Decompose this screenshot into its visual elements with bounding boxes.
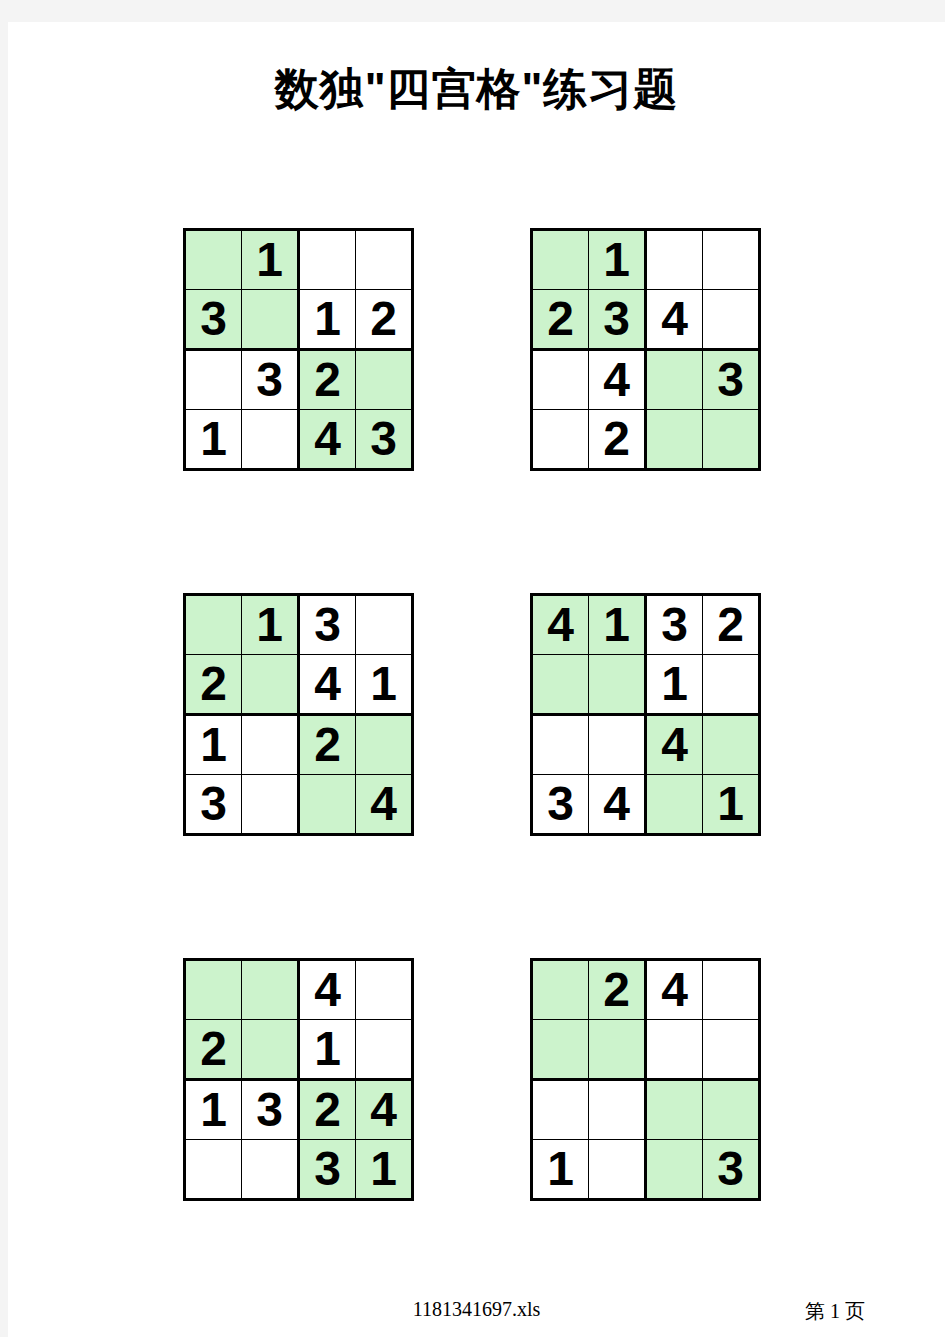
cell-r2c2-shaded[interactable]	[242, 290, 297, 348]
cell-r1c2-shaded: 1	[589, 231, 644, 289]
cell-r3c4-shaded[interactable]	[703, 1081, 758, 1139]
cell-r2c2-shaded[interactable]	[242, 655, 297, 713]
cell-r2c1-shaded: 2	[533, 290, 588, 348]
cell-r3c3-shaded[interactable]	[647, 1081, 702, 1139]
cell-r4c2: 2	[589, 410, 644, 468]
cell-r1c1-shaded[interactable]	[186, 961, 241, 1019]
cell-r3c3-shaded[interactable]	[647, 351, 702, 409]
cell-r3c2: 3	[242, 351, 297, 409]
cell-r1c4[interactable]	[703, 231, 758, 289]
cell-r3c1[interactable]	[533, 351, 588, 409]
cell-r1c3[interactable]	[300, 231, 355, 289]
cell-r2c3: 1	[647, 655, 702, 713]
cell-r3c2: 3	[242, 1081, 297, 1139]
cell-r3c2[interactable]	[589, 716, 644, 774]
cell-r2c1-shaded: 2	[186, 655, 241, 713]
cell-r2c3: 1	[300, 1020, 355, 1078]
cell-r3c1[interactable]	[533, 716, 588, 774]
cell-r4c1: 1	[186, 410, 241, 468]
cell-r1c1-shaded[interactable]	[533, 231, 588, 289]
cell-r1c2-shaded: 2	[589, 961, 644, 1019]
cell-r2c2-shaded[interactable]	[589, 655, 644, 713]
sudoku-board-4: 413214341	[530, 593, 761, 836]
cell-r4c3-shaded: 3	[300, 1140, 355, 1198]
cell-r1c3[interactable]	[647, 231, 702, 289]
cell-r4c3-shaded[interactable]	[647, 410, 702, 468]
cell-r4c2[interactable]	[242, 775, 297, 833]
cell-r4c3-shaded[interactable]	[300, 775, 355, 833]
cell-r4c4-shaded: 1	[356, 1140, 411, 1198]
cell-r3c4-shaded[interactable]	[703, 716, 758, 774]
footer-page-number: 第 1 页	[805, 1298, 865, 1325]
cell-r4c3-shaded[interactable]	[647, 775, 702, 833]
cell-r2c3: 1	[300, 290, 355, 348]
cell-r4c1[interactable]	[186, 1140, 241, 1198]
cell-r2c3: 4	[647, 290, 702, 348]
cell-r2c1-shaded[interactable]	[533, 655, 588, 713]
cell-r4c1: 1	[533, 1140, 588, 1198]
cell-r2c1-shaded: 2	[186, 1020, 241, 1078]
page-title: 数独"四宫格"练习题	[8, 60, 945, 119]
cell-r1c4[interactable]	[356, 596, 411, 654]
cell-r4c4-shaded: 3	[703, 1140, 758, 1198]
cell-r4c2[interactable]	[242, 410, 297, 468]
cell-r2c4: 2	[356, 290, 411, 348]
cell-r4c4-shaded: 4	[356, 775, 411, 833]
cell-r3c1[interactable]	[533, 1081, 588, 1139]
cell-r3c3-shaded: 2	[300, 716, 355, 774]
cell-r4c4-shaded: 1	[703, 775, 758, 833]
cell-r4c2[interactable]	[242, 1140, 297, 1198]
cell-r3c4-shaded[interactable]	[356, 716, 411, 774]
cell-r3c3-shaded: 2	[300, 351, 355, 409]
sudoku-board-6: 2413	[530, 958, 761, 1201]
cell-r2c2-shaded[interactable]	[242, 1020, 297, 1078]
cell-r2c3: 4	[300, 655, 355, 713]
cell-r2c3[interactable]	[647, 1020, 702, 1078]
cell-r1c3: 3	[647, 596, 702, 654]
sudoku-board-5: 421132431	[183, 958, 414, 1201]
cell-r1c1-shaded[interactable]	[186, 231, 241, 289]
cell-r4c1: 3	[533, 775, 588, 833]
cell-r3c4-shaded[interactable]	[356, 351, 411, 409]
cell-r2c4[interactable]	[356, 1020, 411, 1078]
cell-r1c4[interactable]	[356, 961, 411, 1019]
cell-r2c4[interactable]	[703, 655, 758, 713]
cell-r3c3-shaded: 4	[647, 716, 702, 774]
cell-r1c2-shaded: 1	[589, 596, 644, 654]
cell-r1c4: 2	[703, 596, 758, 654]
cell-r4c3-shaded[interactable]	[647, 1140, 702, 1198]
cell-r3c1[interactable]	[186, 351, 241, 409]
cell-r3c4-shaded: 3	[703, 351, 758, 409]
cell-r3c3-shaded: 2	[300, 1081, 355, 1139]
cell-r4c3-shaded: 4	[300, 410, 355, 468]
cell-r4c1[interactable]	[533, 410, 588, 468]
cell-r1c4[interactable]	[356, 231, 411, 289]
cell-r1c3: 3	[300, 596, 355, 654]
sudoku-board-1: 131232143	[183, 228, 414, 471]
cell-r1c2-shaded[interactable]	[242, 961, 297, 1019]
cell-r4c2: 4	[589, 775, 644, 833]
cell-r4c4-shaded: 3	[356, 410, 411, 468]
cell-r1c2-shaded: 1	[242, 231, 297, 289]
cell-r3c2[interactable]	[242, 716, 297, 774]
cell-r4c2[interactable]	[589, 1140, 644, 1198]
cell-r2c1-shaded: 3	[186, 290, 241, 348]
cell-r1c1-shaded[interactable]	[186, 596, 241, 654]
cell-r4c4-shaded[interactable]	[703, 410, 758, 468]
cell-r3c4-shaded: 4	[356, 1081, 411, 1139]
cell-r4c1: 3	[186, 775, 241, 833]
cell-r2c1-shaded[interactable]	[533, 1020, 588, 1078]
page-footer: 1181341697.xls 第 1 页	[8, 1298, 945, 1321]
cell-r1c4[interactable]	[703, 961, 758, 1019]
cell-r2c2-shaded[interactable]	[589, 1020, 644, 1078]
sudoku-board-3: 132411234	[183, 593, 414, 836]
cell-r2c2-shaded: 3	[589, 290, 644, 348]
cell-r2c4[interactable]	[703, 290, 758, 348]
cell-r1c2-shaded: 1	[242, 596, 297, 654]
sudoku-board-2: 1234432	[530, 228, 761, 471]
cell-r3c1: 1	[186, 716, 241, 774]
cell-r1c1-shaded[interactable]	[533, 961, 588, 1019]
cell-r3c2: 4	[589, 351, 644, 409]
cell-r3c1: 1	[186, 1081, 241, 1139]
cell-r1c1-shaded: 4	[533, 596, 588, 654]
cell-r1c3: 4	[300, 961, 355, 1019]
cell-r2c4: 1	[356, 655, 411, 713]
cell-r3c2[interactable]	[589, 1081, 644, 1139]
worksheet-page: 数独"四宫格"练习题 131232143 1234432 132411234 4…	[8, 22, 945, 1337]
cell-r2c4[interactable]	[703, 1020, 758, 1078]
cell-r1c3: 4	[647, 961, 702, 1019]
